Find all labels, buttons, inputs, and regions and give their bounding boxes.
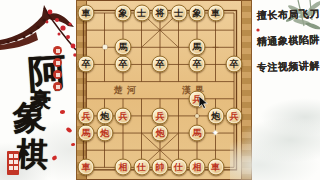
- piece-black-象[interactable]: 象: [115, 5, 132, 22]
- piece-black-将[interactable]: 将: [152, 5, 169, 22]
- roof-eave-icon: [0, 0, 78, 60]
- move-marker-sparkle: ✦: [212, 128, 220, 138]
- piece-red-馬[interactable]: 馬: [189, 125, 206, 142]
- piece-red-馬[interactable]: 馬: [78, 125, 95, 142]
- move-marker-tan-dot: [195, 114, 199, 118]
- mouse-cursor-icon: [199, 96, 210, 110]
- piece-black-馬[interactable]: 馬: [115, 39, 132, 56]
- petal-icon: [65, 127, 72, 134]
- piece-red-兵[interactable]: 兵: [115, 107, 132, 124]
- square-seal: [7, 151, 19, 175]
- piece-black-馬[interactable]: 馬: [189, 39, 206, 56]
- piece-red-仕[interactable]: 仕: [133, 159, 150, 176]
- round-seal-1: [53, 46, 62, 55]
- piece-black-車[interactable]: 車: [207, 5, 224, 22]
- piece-red-相[interactable]: 相: [189, 159, 206, 176]
- piece-red-帥[interactable]: 帥: [152, 159, 169, 176]
- slogan-line-1: 擅长布局飞刀: [257, 7, 319, 23]
- left-panel: 阿 豪 象 棋: [0, 0, 78, 180]
- piece-red-兵[interactable]: 兵: [78, 107, 95, 124]
- piece-red-炮[interactable]: 炮: [96, 125, 113, 142]
- river-label-left: 楚河: [114, 84, 140, 97]
- title-char-3: 象: [12, 101, 47, 136]
- title-char-4: 棋: [15, 137, 48, 170]
- xiangqi-board[interactable]: 楚河 漢界 車象士将士象車馬馬卒卒卒卒卒炮炮兵兵兵兵兵馬炮炮馬車相仕帥仕相車✦: [76, 0, 252, 180]
- piece-red-相[interactable]: 相: [115, 159, 132, 176]
- piece-black-士[interactable]: 士: [170, 5, 187, 22]
- round-seal-4: [53, 82, 62, 91]
- piece-red-車[interactable]: 車: [78, 159, 95, 176]
- piece-black-車[interactable]: 車: [78, 5, 95, 22]
- piece-black-象[interactable]: 象: [189, 5, 206, 22]
- piece-black-卒[interactable]: 卒: [226, 56, 243, 73]
- slogan-line-3: 专注视频讲解: [257, 59, 319, 75]
- piece-red-炮[interactable]: 炮: [152, 125, 169, 142]
- piece-black-炮[interactable]: 炮: [96, 107, 113, 124]
- right-panel: 擅长布局飞刀 精通象棋陷阱 专注视频讲解: [252, 0, 320, 180]
- thumbnail: 阿 豪 象 棋 楚河 漢界 車象士将士象車馬馬卒卒卒卒卒炮炮兵兵兵兵兵馬炮炮馬車…: [0, 0, 320, 180]
- round-seal-2: [53, 58, 62, 67]
- petal-icon: [51, 155, 57, 161]
- petal-icon: [71, 143, 75, 146]
- piece-red-兵[interactable]: 兵: [152, 107, 169, 124]
- piece-black-卒[interactable]: 卒: [189, 56, 206, 73]
- piece-red-車[interactable]: 車: [207, 159, 224, 176]
- piece-black-士[interactable]: 士: [133, 5, 150, 22]
- board-grid: [76, 0, 252, 180]
- piece-red-仕[interactable]: 仕: [170, 159, 187, 176]
- petal-icon: [60, 110, 65, 114]
- piece-red-兵[interactable]: 兵: [226, 107, 243, 124]
- slogan-line-2: 精通象棋陷阱: [257, 33, 319, 49]
- piece-black-卒[interactable]: 卒: [78, 56, 95, 73]
- piece-black-卒[interactable]: 卒: [115, 56, 132, 73]
- piece-black-卒[interactable]: 卒: [152, 56, 169, 73]
- move-marker-white-dot: [102, 45, 107, 50]
- round-seal-3: [53, 70, 62, 79]
